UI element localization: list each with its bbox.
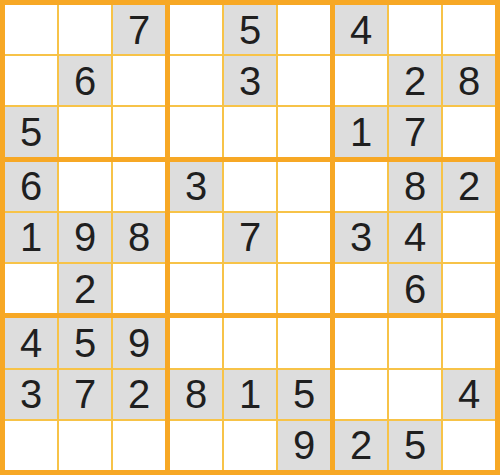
cell-r3c9-empty[interactable] bbox=[443, 107, 495, 156]
cell-r4c4-given[interactable]: 3 bbox=[170, 162, 222, 211]
cell-r9c6-given[interactable]: 9 bbox=[278, 421, 330, 470]
cell-r6c9-empty[interactable] bbox=[443, 264, 495, 313]
cell-r7c8-empty[interactable] bbox=[389, 318, 441, 367]
cell-r2c7-empty[interactable] bbox=[335, 56, 387, 105]
cell-r8c6-given[interactable]: 5 bbox=[278, 370, 330, 419]
box-6: 82346 bbox=[335, 162, 495, 314]
box-8: 8159 bbox=[170, 318, 330, 470]
cell-r9c9-empty[interactable] bbox=[443, 421, 495, 470]
cell-r1c7-given[interactable]: 4 bbox=[335, 5, 387, 54]
cell-r9c5-empty[interactable] bbox=[224, 421, 276, 470]
cell-r6c4-empty[interactable] bbox=[170, 264, 222, 313]
cell-r5c4-empty[interactable] bbox=[170, 213, 222, 262]
cell-r3c7-given[interactable]: 1 bbox=[335, 107, 387, 156]
cell-r1c9-empty[interactable] bbox=[443, 5, 495, 54]
cell-r8c2-given[interactable]: 7 bbox=[59, 370, 111, 419]
cell-r6c5-empty[interactable] bbox=[224, 264, 276, 313]
cell-r4c8-given[interactable]: 8 bbox=[389, 162, 441, 211]
cell-r6c2-given[interactable]: 2 bbox=[59, 264, 111, 313]
cell-r9c8-given[interactable]: 5 bbox=[389, 421, 441, 470]
cell-r2c4-empty[interactable] bbox=[170, 56, 222, 105]
cell-r9c3-empty[interactable] bbox=[113, 421, 165, 470]
cell-r1c8-empty[interactable] bbox=[389, 5, 441, 54]
cell-r5c7-given[interactable]: 3 bbox=[335, 213, 387, 262]
box-4: 61982 bbox=[5, 162, 165, 314]
cell-r6c3-empty[interactable] bbox=[113, 264, 165, 313]
cell-r6c8-given[interactable]: 6 bbox=[389, 264, 441, 313]
cell-r3c3-empty[interactable] bbox=[113, 107, 165, 156]
cell-r8c8-empty[interactable] bbox=[389, 370, 441, 419]
cell-r9c1-empty[interactable] bbox=[5, 421, 57, 470]
cell-r8c1-given[interactable]: 3 bbox=[5, 370, 57, 419]
cell-r5c3-given[interactable]: 8 bbox=[113, 213, 165, 262]
cell-r5c6-empty[interactable] bbox=[278, 213, 330, 262]
cell-r7c1-given[interactable]: 4 bbox=[5, 318, 57, 367]
cell-r3c2-empty[interactable] bbox=[59, 107, 111, 156]
cell-r1c5-given[interactable]: 5 bbox=[224, 5, 276, 54]
cell-r8c9-given[interactable]: 4 bbox=[443, 370, 495, 419]
cell-r5c2-given[interactable]: 9 bbox=[59, 213, 111, 262]
cell-r2c6-empty[interactable] bbox=[278, 56, 330, 105]
cell-r9c2-empty[interactable] bbox=[59, 421, 111, 470]
cell-r7c6-empty[interactable] bbox=[278, 318, 330, 367]
cell-r9c4-empty[interactable] bbox=[170, 421, 222, 470]
cell-r4c3-empty[interactable] bbox=[113, 162, 165, 211]
cell-r5c1-given[interactable]: 1 bbox=[5, 213, 57, 262]
cell-r4c5-empty[interactable] bbox=[224, 162, 276, 211]
cell-r7c3-given[interactable]: 9 bbox=[113, 318, 165, 367]
box-5: 37 bbox=[170, 162, 330, 314]
cell-r2c8-given[interactable]: 2 bbox=[389, 56, 441, 105]
cell-r4c1-given[interactable]: 6 bbox=[5, 162, 57, 211]
cell-r7c2-given[interactable]: 5 bbox=[59, 318, 111, 367]
cell-r3c8-given[interactable]: 7 bbox=[389, 107, 441, 156]
box-7: 459372 bbox=[5, 318, 165, 470]
cell-r6c7-empty[interactable] bbox=[335, 264, 387, 313]
cell-r1c2-empty[interactable] bbox=[59, 5, 111, 54]
cell-r5c5-given[interactable]: 7 bbox=[224, 213, 276, 262]
cell-r8c7-empty[interactable] bbox=[335, 370, 387, 419]
cell-r4c7-empty[interactable] bbox=[335, 162, 387, 211]
cell-r8c5-given[interactable]: 1 bbox=[224, 370, 276, 419]
box-1: 765 bbox=[5, 5, 165, 157]
cell-r2c2-given[interactable]: 6 bbox=[59, 56, 111, 105]
cell-r7c5-empty[interactable] bbox=[224, 318, 276, 367]
cell-r5c9-empty[interactable] bbox=[443, 213, 495, 262]
cell-r6c1-empty[interactable] bbox=[5, 264, 57, 313]
cell-r2c3-empty[interactable] bbox=[113, 56, 165, 105]
cell-r8c3-given[interactable]: 2 bbox=[113, 370, 165, 419]
cell-r7c9-empty[interactable] bbox=[443, 318, 495, 367]
cell-r4c2-empty[interactable] bbox=[59, 162, 111, 211]
cell-r1c1-empty[interactable] bbox=[5, 5, 57, 54]
cell-r6c6-empty[interactable] bbox=[278, 264, 330, 313]
box-3: 42817 bbox=[335, 5, 495, 157]
cell-r3c6-empty[interactable] bbox=[278, 107, 330, 156]
box-2: 53 bbox=[170, 5, 330, 157]
cell-r1c6-empty[interactable] bbox=[278, 5, 330, 54]
cell-r9c7-given[interactable]: 2 bbox=[335, 421, 387, 470]
cell-r8c4-given[interactable]: 8 bbox=[170, 370, 222, 419]
cell-r3c4-empty[interactable] bbox=[170, 107, 222, 156]
cell-r2c5-given[interactable]: 3 bbox=[224, 56, 276, 105]
cell-r1c4-empty[interactable] bbox=[170, 5, 222, 54]
cell-r3c1-given[interactable]: 5 bbox=[5, 107, 57, 156]
box-9: 425 bbox=[335, 318, 495, 470]
cell-r7c7-empty[interactable] bbox=[335, 318, 387, 367]
cell-r2c9-given[interactable]: 8 bbox=[443, 56, 495, 105]
cell-r3c5-empty[interactable] bbox=[224, 107, 276, 156]
cell-r4c6-empty[interactable] bbox=[278, 162, 330, 211]
cell-r7c4-empty[interactable] bbox=[170, 318, 222, 367]
sudoku-board: 76553428176198237823464593728159425 bbox=[0, 0, 500, 475]
cell-r4c9-given[interactable]: 2 bbox=[443, 162, 495, 211]
cell-r2c1-empty[interactable] bbox=[5, 56, 57, 105]
cell-r5c8-given[interactable]: 4 bbox=[389, 213, 441, 262]
cell-r1c3-given[interactable]: 7 bbox=[113, 5, 165, 54]
